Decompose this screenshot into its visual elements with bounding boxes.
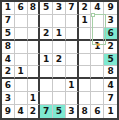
cell-r7c9[interactable]: 4 — [104, 79, 117, 92]
cell-r9c6[interactable]: 3 — [66, 105, 79, 118]
cell-r8c1[interactable]: 3 — [2, 92, 15, 105]
cell-r6c6[interactable] — [66, 66, 79, 79]
cell-r5c6[interactable] — [66, 54, 79, 67]
cell-r2c4[interactable] — [40, 15, 53, 28]
cell-r4c5[interactable] — [53, 41, 66, 54]
cell-r2c3[interactable] — [28, 15, 41, 28]
cell-r1c4[interactable]: 5 — [40, 2, 53, 15]
cell-r6c3[interactable] — [28, 66, 41, 79]
cell-r8c9[interactable]: 7 — [104, 92, 117, 105]
cell-r2c1[interactable]: 7 — [2, 15, 15, 28]
cell-r7c8[interactable] — [91, 79, 104, 92]
cell-r6c1[interactable]: 2 — [2, 66, 15, 79]
cell-r3c2[interactable] — [15, 28, 28, 41]
cell-r6c9[interactable]: 8 — [104, 66, 117, 79]
cell-r7c6[interactable]: 1 — [66, 79, 79, 92]
sudoku-board: 1685372497135216812412521861431794275386… — [0, 0, 119, 120]
cell-r8c2[interactable] — [15, 92, 28, 105]
cell-r1c1[interactable]: 1 — [2, 2, 15, 15]
selection-handle[interactable] — [91, 13, 95, 17]
cell-r4c6[interactable] — [66, 41, 79, 54]
cell-r3c1[interactable]: 5 — [2, 28, 15, 41]
cell-r3c3[interactable] — [28, 28, 41, 41]
cell-r1c3[interactable]: 8 — [28, 2, 41, 15]
cell-r7c3[interactable] — [28, 79, 41, 92]
cell-r8c3[interactable]: 1 — [28, 92, 41, 105]
cell-r9c8[interactable]: 6 — [91, 105, 104, 118]
cell-r3c5[interactable]: 1 — [53, 28, 66, 41]
cell-r5c7[interactable] — [79, 54, 92, 67]
cell-r2c6[interactable] — [66, 15, 79, 28]
cell-r4c2[interactable] — [15, 41, 28, 54]
cell-r7c4[interactable] — [40, 79, 53, 92]
cell-r8c7[interactable] — [79, 92, 92, 105]
cell-r4c7[interactable] — [79, 41, 92, 54]
cell-r3c9[interactable]: 6 — [104, 28, 117, 41]
cell-r2c7[interactable]: 1 — [79, 15, 92, 28]
cell-selection-marquee[interactable] — [92, 14, 106, 45]
cell-r5c9[interactable]: 5 — [104, 54, 117, 67]
cell-r7c7[interactable] — [79, 79, 92, 92]
cell-r6c2[interactable]: 1 — [15, 66, 28, 79]
cell-r3c7[interactable] — [79, 28, 92, 41]
cell-r1c5[interactable]: 3 — [53, 2, 66, 15]
cell-r8c4[interactable] — [40, 92, 53, 105]
cell-r4c9[interactable]: 2 — [104, 41, 117, 54]
cell-r1c2[interactable]: 6 — [15, 2, 28, 15]
cell-r6c8[interactable] — [91, 66, 104, 79]
cell-r9c1[interactable]: 9 — [2, 105, 15, 118]
cell-r6c5[interactable] — [53, 66, 66, 79]
cell-r8c5[interactable] — [53, 92, 66, 105]
cell-r4c4[interactable] — [40, 41, 53, 54]
cell-r8c8[interactable] — [91, 92, 104, 105]
cell-r5c2[interactable] — [15, 54, 28, 67]
cell-r5c5[interactable]: 2 — [53, 54, 66, 67]
cell-r1c7[interactable]: 2 — [79, 2, 92, 15]
cell-r6c4[interactable] — [40, 66, 53, 79]
cell-r6c7[interactable] — [79, 66, 92, 79]
cell-r3c6[interactable] — [66, 28, 79, 41]
cell-r9c4[interactable]: 7 — [40, 105, 53, 118]
cell-r7c1[interactable]: 6 — [2, 79, 15, 92]
cell-r9c2[interactable]: 4 — [15, 105, 28, 118]
cell-r5c8[interactable] — [91, 54, 104, 67]
cell-r7c2[interactable] — [15, 79, 28, 92]
cell-r2c2[interactable] — [15, 15, 28, 28]
cell-r9c5[interactable]: 5 — [53, 105, 66, 118]
cell-r5c3[interactable] — [28, 54, 41, 67]
cell-r5c4[interactable]: 1 — [40, 54, 53, 67]
cell-r4c3[interactable] — [28, 41, 41, 54]
cell-r9c3[interactable]: 2 — [28, 105, 41, 118]
cell-r1c9[interactable]: 9 — [104, 2, 117, 15]
cell-r2c5[interactable] — [53, 15, 66, 28]
cell-r4c1[interactable]: 8 — [2, 41, 15, 54]
selection-dot — [97, 43, 100, 46]
cell-r1c6[interactable]: 7 — [66, 2, 79, 15]
cell-r3c4[interactable]: 2 — [40, 28, 53, 41]
cell-r9c9[interactable]: 1 — [104, 105, 117, 118]
cell-r9c7[interactable]: 8 — [79, 105, 92, 118]
cell-r8c6[interactable] — [66, 92, 79, 105]
cell-r2c9[interactable]: 3 — [104, 15, 117, 28]
cell-r7c5[interactable] — [53, 79, 66, 92]
cell-r5c1[interactable]: 4 — [2, 54, 15, 67]
